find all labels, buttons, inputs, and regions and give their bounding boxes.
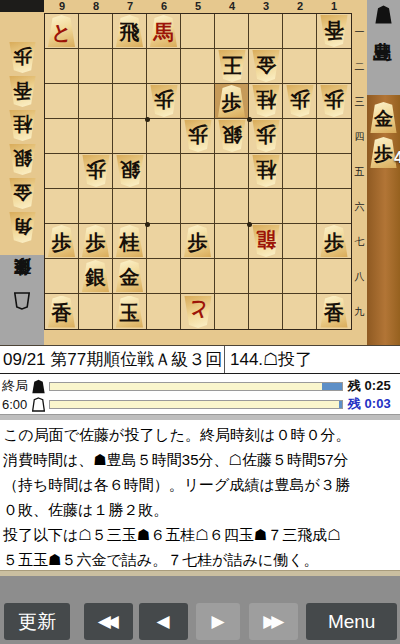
shogi-piece: 銀 — [115, 155, 145, 187]
sente-time-bar — [49, 382, 343, 391]
rewind-to-start-button[interactable]: ◀◀ — [84, 603, 133, 640]
shogi-piece: 桂 — [8, 110, 37, 141]
hand-piece-歩: 歩4 — [369, 137, 398, 168]
square-13: 歩 — [317, 84, 351, 119]
square-32: 金 — [249, 49, 283, 84]
square-23: 歩 — [283, 84, 317, 119]
gote-clock-label: 6:00 — [0, 397, 31, 412]
move-status: 144.☖投了 — [225, 348, 312, 371]
square-79: 玉 — [113, 294, 147, 329]
fast-forward-button[interactable]: ▶▶ — [249, 603, 298, 640]
hand-piece-count: 4 — [394, 149, 400, 167]
shogi-piece: と — [47, 15, 77, 47]
shogi-piece: 金 — [369, 102, 398, 133]
shogi-piece: 香 — [319, 296, 349, 328]
square-85: 歩 — [79, 154, 113, 189]
square-19: 香 — [317, 294, 351, 329]
sente-captured-tray: 金歩4 — [367, 95, 400, 345]
shogi-piece: 玉 — [115, 296, 145, 328]
hand-piece-銀: 銀 — [8, 144, 37, 175]
gote-clock-row: 6:00 残 0:03 — [0, 395, 400, 413]
commentary-text[interactable]: この局面で佐藤が投了した。終局時刻は０時０分。 消費時間は、☗豊島５時間35分、… — [0, 420, 400, 570]
file-label-6: 6 — [147, 0, 181, 13]
square-52 — [181, 49, 215, 84]
gote-time-bar — [49, 400, 343, 409]
shogi-piece: 銀 — [217, 120, 247, 152]
rank-label-6: 六 — [352, 189, 367, 224]
black-piece-icon — [31, 379, 46, 394]
square-47 — [215, 224, 249, 259]
shogi-piece: 金 — [251, 50, 281, 82]
square-86 — [79, 189, 113, 224]
file-label-9: 9 — [45, 0, 79, 13]
rank-label-7: 七 — [352, 224, 367, 259]
square-41 — [215, 14, 249, 49]
sente-clock-label: 終局 — [0, 377, 31, 395]
square-26 — [283, 189, 317, 224]
hand-piece-金: 金 — [369, 102, 398, 133]
square-69 — [147, 294, 181, 329]
hoshi-dot — [145, 117, 150, 122]
shogi-piece: 香 — [8, 76, 37, 107]
shogi-piece: 歩 — [285, 85, 315, 117]
square-51 — [181, 14, 215, 49]
square-14 — [317, 119, 351, 154]
square-18 — [317, 259, 351, 294]
square-42: 王 — [215, 49, 249, 84]
square-45 — [215, 154, 249, 189]
square-36 — [249, 189, 283, 224]
square-38 — [249, 259, 283, 294]
sente-remaining-time: 残 0:25 — [348, 377, 400, 395]
square-88: 銀 — [79, 259, 113, 294]
hand-piece-金: 金 — [8, 178, 37, 209]
shogi-piece: と — [183, 296, 213, 328]
square-12 — [317, 49, 351, 84]
square-63: 歩 — [147, 84, 181, 119]
square-98 — [45, 259, 79, 294]
white-piece-icon — [31, 397, 46, 412]
sente-name-block: 豊島 — [373, 5, 395, 95]
square-95 — [45, 154, 79, 189]
sente-side-column: 豊島 金歩4 — [367, 0, 400, 345]
square-93 — [45, 84, 79, 119]
square-78: 金 — [113, 259, 147, 294]
shogi-piece: 銀 — [8, 144, 37, 175]
square-15 — [317, 154, 351, 189]
square-61: 馬 — [147, 14, 181, 49]
square-53 — [181, 84, 215, 119]
rank-label-1: 一 — [352, 14, 367, 49]
square-64 — [147, 119, 181, 154]
square-56 — [181, 189, 215, 224]
file-label-4: 4 — [215, 0, 249, 13]
square-37: 龍 — [249, 224, 283, 259]
square-72 — [113, 49, 147, 84]
square-74 — [113, 119, 147, 154]
rank-coordinates: 一二三四五六七八九 — [352, 0, 367, 345]
clock-panel: 終局 残 0:25 6:00 残 0:03 — [0, 374, 400, 414]
square-39 — [249, 294, 283, 329]
file-label-1: 1 — [317, 0, 351, 13]
shogi-viewer-app: 歩香桂銀金角 佐藤康 987654321 と飛馬香王金歩歩桂歩歩歩銀歩歩銀桂歩歩… — [0, 0, 400, 644]
square-34: 歩 — [249, 119, 283, 154]
rank-label-4: 四 — [352, 119, 367, 154]
shogi-piece: 歩 — [183, 120, 213, 152]
square-16 — [317, 189, 351, 224]
shogi-piece: 金 — [8, 178, 37, 209]
square-65 — [147, 154, 181, 189]
hand-piece-桂: 桂 — [8, 110, 37, 141]
shogi-piece: 歩 — [149, 85, 179, 117]
shogi-piece: 金 — [115, 260, 145, 292]
square-68 — [147, 259, 181, 294]
square-89 — [79, 294, 113, 329]
square-25 — [283, 154, 317, 189]
rank-label-3: 三 — [352, 84, 367, 119]
shogi-piece: 歩 — [319, 85, 349, 117]
square-28 — [283, 259, 317, 294]
square-97: 歩 — [45, 224, 79, 259]
square-35: 桂 — [249, 154, 283, 189]
sente-clock-row: 終局 残 0:25 — [0, 377, 400, 395]
square-91: と — [45, 14, 79, 49]
square-22 — [283, 49, 317, 84]
shogi-piece: 桂 — [251, 85, 281, 117]
rank-label-9: 九 — [352, 294, 367, 329]
white-piece-icon — [14, 292, 30, 310]
square-21 — [283, 14, 317, 49]
gote-player-panel: 佐藤康 — [0, 255, 44, 345]
shogi-piece: 歩 — [319, 225, 349, 257]
navigation-bar: 更新 ◀◀ ◀ ▶ ▶▶ Menu — [0, 576, 400, 644]
shogi-piece: 飛 — [115, 15, 145, 47]
file-label-3: 3 — [249, 0, 283, 13]
menu-button[interactable]: Menu — [306, 603, 397, 640]
square-24 — [283, 119, 317, 154]
square-31 — [249, 14, 283, 49]
square-82 — [79, 49, 113, 84]
square-43: 歩 — [215, 84, 249, 119]
file-label-7: 7 — [113, 0, 147, 13]
rank-label-2: 二 — [352, 49, 367, 84]
hoshi-dot — [247, 222, 252, 227]
square-46 — [215, 189, 249, 224]
rank-label-5: 五 — [352, 154, 367, 189]
gote-remaining-time: 残 0:03 — [348, 395, 400, 413]
square-59: と — [181, 294, 215, 329]
hand-piece-歩: 歩 — [8, 42, 37, 73]
shogi-piece: 角 — [8, 212, 37, 243]
previous-move-button[interactable]: ◀ — [139, 603, 188, 640]
rank-label-8: 八 — [352, 259, 367, 294]
sente-remaining-segment — [322, 383, 342, 390]
square-87: 歩 — [79, 224, 113, 259]
gote-side-column: 歩香桂銀金角 佐藤康 — [0, 0, 44, 345]
shogi-piece: 歩 — [217, 85, 247, 117]
square-58 — [181, 259, 215, 294]
square-33: 桂 — [249, 84, 283, 119]
game-info-bar: 09/21 第77期順位戦Ａ級３回 144.☖投了 — [0, 345, 400, 374]
square-44: 銀 — [215, 119, 249, 154]
shogi-piece: 銀 — [81, 260, 111, 292]
hand-piece-角: 角 — [8, 212, 37, 243]
square-73 — [113, 84, 147, 119]
square-17: 歩 — [317, 224, 351, 259]
square-67 — [147, 224, 181, 259]
next-move-button[interactable]: ▶ — [196, 603, 241, 640]
hand-piece-香: 香 — [8, 76, 37, 107]
file-label-2: 2 — [283, 0, 317, 13]
square-76 — [113, 189, 147, 224]
square-27 — [283, 224, 317, 259]
gote-captured-tray: 歩香桂銀金角 — [0, 12, 44, 255]
sente-player-panel: 豊島 — [367, 0, 400, 95]
board-grid: と飛馬香王金歩歩桂歩歩歩銀歩歩銀桂歩歩桂歩龍歩銀金香玉と香 — [44, 13, 352, 330]
shogi-piece: 歩 — [8, 42, 37, 73]
square-81 — [79, 14, 113, 49]
hoshi-dot — [145, 222, 150, 227]
square-92 — [45, 49, 79, 84]
square-62 — [147, 49, 181, 84]
shogi-piece: 香 — [319, 15, 349, 47]
board-zone: 歩香桂銀金角 佐藤康 987654321 と飛馬香王金歩歩桂歩歩歩銀歩歩銀桂歩歩… — [0, 0, 400, 345]
square-71: 飛 — [113, 14, 147, 49]
shogi-piece: 歩 — [183, 225, 213, 257]
shogi-piece: 桂 — [251, 155, 281, 187]
square-83 — [79, 84, 113, 119]
event-title: 09/21 第77期順位戦Ａ級３回 — [0, 348, 224, 371]
update-button[interactable]: 更新 — [4, 603, 70, 640]
black-piece-icon — [375, 5, 392, 24]
shogi-piece: 桂 — [115, 225, 145, 257]
square-57: 歩 — [181, 224, 215, 259]
board-center: 987654321 と飛馬香王金歩歩桂歩歩歩銀歩歩銀桂歩歩桂歩龍歩銀金香玉と香 — [44, 0, 352, 345]
top-left-dark-strip — [0, 0, 44, 12]
square-54: 歩 — [181, 119, 215, 154]
square-55 — [181, 154, 215, 189]
shogi-piece: 龍 — [251, 225, 281, 257]
file-coordinates: 987654321 — [44, 0, 352, 13]
square-11: 香 — [317, 14, 351, 49]
gote-remaining-segment — [339, 401, 343, 408]
square-94 — [45, 119, 79, 154]
square-66 — [147, 189, 181, 224]
square-84 — [79, 119, 113, 154]
file-label-5: 5 — [181, 0, 215, 13]
shogi-piece: 歩 — [81, 225, 111, 257]
hoshi-dot — [247, 117, 252, 122]
shogi-piece: 香 — [47, 296, 77, 328]
shogi-piece: 歩 — [47, 225, 77, 257]
shogi-piece: 歩 — [81, 155, 111, 187]
square-75: 銀 — [113, 154, 147, 189]
shogi-piece: 歩 — [251, 120, 281, 152]
square-49 — [215, 294, 249, 329]
square-99: 香 — [45, 294, 79, 329]
square-48 — [215, 259, 249, 294]
square-29 — [283, 294, 317, 329]
shogi-piece: 馬 — [149, 15, 179, 47]
square-96 — [45, 189, 79, 224]
gote-name-block: 佐藤康 — [13, 290, 32, 310]
square-77: 桂 — [113, 224, 147, 259]
file-label-8: 8 — [79, 0, 113, 13]
shogi-piece: 王 — [217, 50, 247, 82]
